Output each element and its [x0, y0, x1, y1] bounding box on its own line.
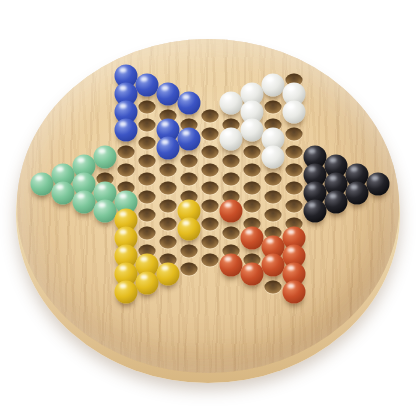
marble-red[interactable] — [220, 200, 243, 223]
marble-highlight — [246, 103, 253, 108]
marble-yellow[interactable] — [136, 272, 159, 295]
photo-scene — [0, 0, 416, 416]
board-hole[interactable] — [118, 146, 135, 159]
board-hole[interactable] — [181, 155, 198, 168]
marble-green[interactable] — [94, 200, 117, 223]
board-hole[interactable] — [160, 182, 177, 195]
marble-blue[interactable] — [178, 92, 201, 115]
marble-highlight — [246, 229, 253, 234]
board-hole[interactable] — [181, 263, 198, 276]
marble-highlight — [99, 184, 106, 189]
marble-yellow[interactable] — [157, 263, 180, 286]
board-hole[interactable] — [265, 173, 282, 186]
board-hole[interactable] — [286, 200, 303, 213]
marble-highlight — [120, 103, 127, 108]
marble-highlight — [57, 166, 64, 171]
marble-highlight — [330, 193, 337, 198]
marble-highlight — [183, 130, 190, 135]
marble-red[interactable] — [241, 227, 264, 250]
marble-highlight — [120, 121, 127, 126]
marble-highlight — [162, 139, 169, 144]
board-hole[interactable] — [139, 119, 156, 132]
marble-highlight — [246, 121, 253, 126]
board-hole[interactable] — [139, 137, 156, 150]
board-hole[interactable] — [139, 227, 156, 240]
marble-blue[interactable] — [136, 74, 159, 97]
marble-highlight — [183, 94, 190, 99]
marble-highlight — [120, 229, 127, 234]
marble-blue[interactable] — [157, 83, 180, 106]
marble-highlight — [162, 265, 169, 270]
marble-white[interactable] — [241, 119, 264, 142]
marble-highlight — [246, 85, 253, 90]
marble-highlight — [225, 256, 232, 261]
board-hole[interactable] — [202, 110, 219, 123]
marble-highlight — [78, 193, 85, 198]
marble-highlight — [246, 265, 253, 270]
board-hole[interactable] — [286, 146, 303, 159]
marble-red[interactable] — [241, 263, 264, 286]
marble-red[interactable] — [220, 254, 243, 277]
game-board — [17, 39, 399, 373]
marble-highlight — [267, 76, 274, 81]
marble-green[interactable] — [52, 182, 75, 205]
marble-highlight — [120, 283, 127, 288]
marble-highlight — [120, 67, 127, 72]
board-hole[interactable] — [265, 191, 282, 204]
marble-highlight — [183, 220, 190, 225]
marble-highlight — [141, 76, 148, 81]
board-hole[interactable] — [223, 173, 240, 186]
marble-highlight — [372, 175, 379, 180]
board-hole[interactable] — [160, 164, 177, 177]
marble-highlight — [288, 283, 295, 288]
marble-highlight — [141, 274, 148, 279]
board-hole[interactable] — [202, 254, 219, 267]
board-hole[interactable] — [223, 155, 240, 168]
marble-highlight — [288, 265, 295, 270]
marble-white[interactable] — [220, 92, 243, 115]
marble-highlight — [141, 256, 148, 261]
board-hole[interactable] — [244, 200, 261, 213]
board-hole[interactable] — [139, 155, 156, 168]
board-hole[interactable] — [286, 164, 303, 177]
marble-highlight — [183, 202, 190, 207]
marble-black[interactable] — [325, 191, 348, 214]
marble-highlight — [120, 265, 127, 270]
marble-highlight — [351, 166, 358, 171]
board-hole[interactable] — [244, 146, 261, 159]
marble-blue[interactable] — [115, 119, 138, 142]
marble-highlight — [309, 148, 316, 153]
marble-highlight — [78, 175, 85, 180]
marble-highlight — [309, 184, 316, 189]
board-hole[interactable] — [202, 128, 219, 141]
marble-highlight — [120, 211, 127, 216]
marble-highlight — [288, 85, 295, 90]
board-hole[interactable] — [244, 182, 261, 195]
marble-highlight — [120, 193, 127, 198]
board-hole[interactable] — [202, 182, 219, 195]
marble-highlight — [120, 85, 127, 90]
marble-black[interactable] — [346, 182, 369, 205]
marble-blue[interactable] — [157, 137, 180, 160]
marble-green[interactable] — [31, 173, 54, 196]
marble-white[interactable] — [283, 101, 306, 124]
marble-black[interactable] — [304, 200, 327, 223]
board-hole[interactable] — [202, 146, 219, 159]
marble-highlight — [288, 229, 295, 234]
board-hole[interactable] — [265, 281, 282, 294]
marble-highlight — [351, 184, 358, 189]
marble-yellow[interactable] — [178, 218, 201, 241]
marble-highlight — [309, 202, 316, 207]
marble-black[interactable] — [367, 173, 390, 196]
marble-highlight — [162, 85, 169, 90]
marble-highlight — [330, 175, 337, 180]
marble-highlight — [57, 184, 64, 189]
marble-highlight — [120, 247, 127, 252]
marble-highlight — [288, 247, 295, 252]
board-hole[interactable] — [202, 200, 219, 213]
marble-highlight — [288, 103, 295, 108]
board-hole[interactable] — [160, 236, 177, 249]
board-hole[interactable] — [286, 128, 303, 141]
marble-highlight — [225, 94, 232, 99]
board-hole[interactable] — [202, 236, 219, 249]
marble-yellow[interactable] — [115, 281, 138, 304]
board-hole[interactable] — [286, 182, 303, 195]
marble-highlight — [99, 202, 106, 207]
marble-highlight — [225, 202, 232, 207]
marble-highlight — [225, 130, 232, 135]
board-hole[interactable] — [202, 218, 219, 231]
board-hole[interactable] — [265, 209, 282, 222]
board-hole[interactable] — [139, 173, 156, 186]
marble-highlight — [267, 148, 274, 153]
marble-green[interactable] — [73, 191, 96, 214]
marble-highlight — [267, 238, 274, 243]
board-hole[interactable] — [139, 191, 156, 204]
marble-highlight — [309, 166, 316, 171]
board-hole[interactable] — [160, 200, 177, 213]
marble-highlight — [267, 130, 274, 135]
board-hole[interactable] — [265, 101, 282, 114]
marble-highlight — [162, 121, 169, 126]
board-hole[interactable] — [181, 245, 198, 258]
board-hole[interactable] — [223, 227, 240, 240]
marble-highlight — [99, 148, 106, 153]
marble-highlight — [267, 256, 274, 261]
board-hole[interactable] — [160, 218, 177, 231]
board-hole[interactable] — [244, 164, 261, 177]
marble-green[interactable] — [94, 146, 117, 169]
marble-white[interactable] — [262, 146, 285, 169]
board-hole[interactable] — [118, 164, 135, 177]
board-hole[interactable] — [202, 164, 219, 177]
marble-red[interactable] — [283, 281, 306, 304]
marble-white[interactable] — [262, 74, 285, 97]
marble-red[interactable] — [262, 254, 285, 277]
marble-highlight — [78, 157, 85, 162]
board-hole[interactable] — [139, 101, 156, 114]
board-hole[interactable] — [181, 173, 198, 186]
board-hole[interactable] — [139, 209, 156, 222]
marble-white[interactable] — [220, 128, 243, 151]
marble-blue[interactable] — [178, 128, 201, 151]
marble-highlight — [330, 157, 337, 162]
marble-highlight — [36, 175, 43, 180]
